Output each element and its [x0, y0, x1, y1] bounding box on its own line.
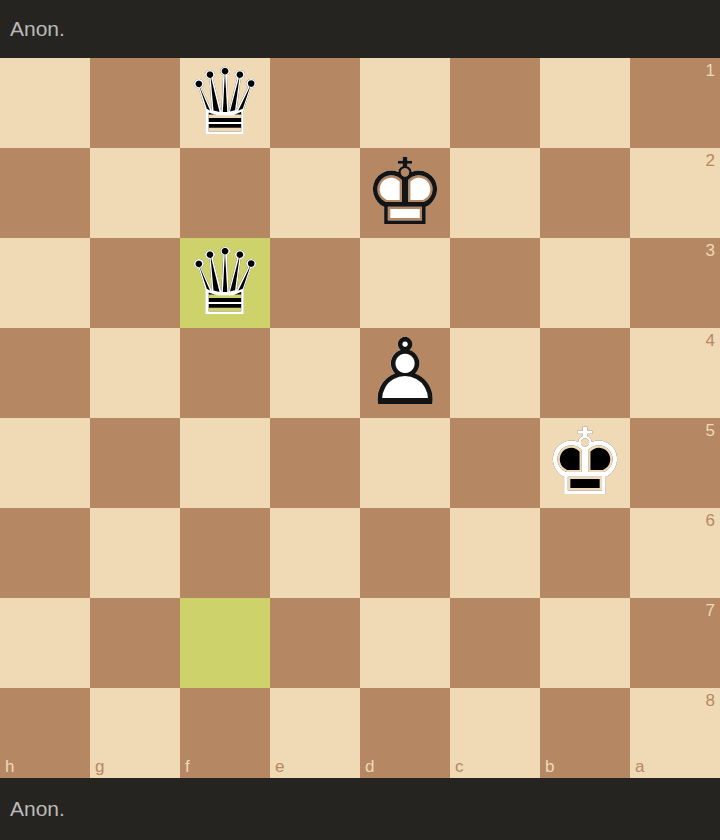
file-label-b: b [545, 758, 554, 775]
black-king-fill-glyph: ♚ [540, 418, 630, 508]
square-h1[interactable] [0, 58, 90, 148]
square-d3[interactable] [360, 238, 450, 328]
square-f3[interactable]: ♛♕ [180, 238, 270, 328]
square-g8[interactable]: g [90, 688, 180, 778]
square-h3[interactable] [0, 238, 90, 328]
white-pawn-outline-glyph: ♙ [360, 328, 450, 418]
square-b8[interactable]: b [540, 688, 630, 778]
board: ♛♕1♚♔2♛♕3♟♙4♚♔567hgfedcb8a [0, 58, 720, 778]
square-c5[interactable] [450, 418, 540, 508]
square-b4[interactable] [540, 328, 630, 418]
square-d1[interactable] [360, 58, 450, 148]
black-king-outline-glyph: ♔ [540, 418, 630, 508]
square-f6[interactable] [180, 508, 270, 598]
square-d6[interactable] [360, 508, 450, 598]
square-a3[interactable]: 3 [630, 238, 720, 328]
black-queen-fill-glyph: ♛ [180, 238, 270, 328]
square-c8[interactable]: c [450, 688, 540, 778]
square-e1[interactable] [270, 58, 360, 148]
square-g3[interactable] [90, 238, 180, 328]
rank-label-2: 2 [706, 152, 715, 169]
square-e7[interactable] [270, 598, 360, 688]
square-d7[interactable] [360, 598, 450, 688]
black-queen-fill-glyph: ♛ [180, 58, 270, 148]
square-h8[interactable]: h [0, 688, 90, 778]
file-label-f: f [185, 758, 190, 775]
square-d2[interactable]: ♚♔ [360, 148, 450, 238]
square-h5[interactable] [0, 418, 90, 508]
bottom-player-bar: Anon. [0, 778, 720, 840]
file-label-e: e [275, 758, 284, 775]
square-c7[interactable] [450, 598, 540, 688]
square-h6[interactable] [0, 508, 90, 598]
square-f5[interactable] [180, 418, 270, 508]
black-queen-outline-glyph: ♕ [180, 58, 270, 148]
square-h4[interactable] [0, 328, 90, 418]
square-g5[interactable] [90, 418, 180, 508]
square-e3[interactable] [270, 238, 360, 328]
black-queen[interactable]: ♛♕ [180, 238, 270, 328]
black-queen[interactable]: ♛♕ [180, 58, 270, 148]
black-king[interactable]: ♚♔ [540, 418, 630, 508]
white-pawn-fill-glyph: ♟ [360, 328, 450, 418]
square-f1[interactable]: ♛♕ [180, 58, 270, 148]
square-a1[interactable]: 1 [630, 58, 720, 148]
black-queen-outline-glyph: ♕ [180, 238, 270, 328]
square-d4[interactable]: ♟♙ [360, 328, 450, 418]
square-f8[interactable]: f [180, 688, 270, 778]
rank-label-6: 6 [706, 512, 715, 529]
file-label-g: g [95, 758, 104, 775]
square-b1[interactable] [540, 58, 630, 148]
square-a5[interactable]: 5 [630, 418, 720, 508]
square-a6[interactable]: 6 [630, 508, 720, 598]
square-a8[interactable]: 8a [630, 688, 720, 778]
rank-label-3: 3 [706, 242, 715, 259]
square-d8[interactable]: d [360, 688, 450, 778]
white-king-outline-glyph: ♔ [360, 148, 450, 238]
square-g2[interactable] [90, 148, 180, 238]
square-g7[interactable] [90, 598, 180, 688]
square-d5[interactable] [360, 418, 450, 508]
top-player-name: Anon. [10, 17, 65, 41]
square-b3[interactable] [540, 238, 630, 328]
square-b5[interactable]: ♚♔ [540, 418, 630, 508]
square-f7[interactable] [180, 598, 270, 688]
white-king-fill-glyph: ♚ [360, 148, 450, 238]
square-f4[interactable] [180, 328, 270, 418]
square-b2[interactable] [540, 148, 630, 238]
square-c2[interactable] [450, 148, 540, 238]
square-b6[interactable] [540, 508, 630, 598]
square-b7[interactable] [540, 598, 630, 688]
rank-label-4: 4 [706, 332, 715, 349]
square-c6[interactable] [450, 508, 540, 598]
square-a7[interactable]: 7 [630, 598, 720, 688]
square-g6[interactable] [90, 508, 180, 598]
square-c1[interactable] [450, 58, 540, 148]
file-label-d: d [365, 758, 374, 775]
square-h2[interactable] [0, 148, 90, 238]
white-king[interactable]: ♚♔ [360, 148, 450, 238]
file-label-c: c [455, 758, 464, 775]
square-a2[interactable]: 2 [630, 148, 720, 238]
square-e4[interactable] [270, 328, 360, 418]
rank-label-7: 7 [706, 602, 715, 619]
square-c3[interactable] [450, 238, 540, 328]
file-label-h: h [5, 758, 14, 775]
square-g1[interactable] [90, 58, 180, 148]
rank-label-5: 5 [706, 422, 715, 439]
square-e5[interactable] [270, 418, 360, 508]
square-e2[interactable] [270, 148, 360, 238]
square-c4[interactable] [450, 328, 540, 418]
square-g4[interactable] [90, 328, 180, 418]
square-a4[interactable]: 4 [630, 328, 720, 418]
square-e6[interactable] [270, 508, 360, 598]
rank-label-8: 8 [706, 692, 715, 709]
white-pawn[interactable]: ♟♙ [360, 328, 450, 418]
square-e8[interactable]: e [270, 688, 360, 778]
square-f2[interactable] [180, 148, 270, 238]
file-label-a: a [635, 758, 644, 775]
square-h7[interactable] [0, 598, 90, 688]
bottom-player-name: Anon. [10, 797, 65, 821]
rank-label-1: 1 [706, 62, 715, 79]
top-player-bar: Anon. [0, 0, 720, 58]
